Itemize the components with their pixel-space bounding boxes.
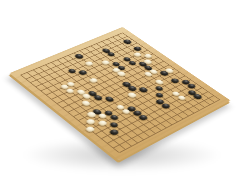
photo-canvas [0,0,250,180]
